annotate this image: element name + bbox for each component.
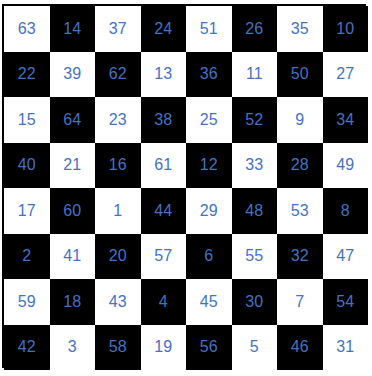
square-r2c7: 50 — [277, 52, 323, 98]
move-number: 13 — [154, 66, 172, 82]
move-number: 1 — [113, 203, 122, 219]
square-r8c4: 19 — [141, 325, 187, 371]
square-r1c3: 37 — [95, 6, 141, 52]
square-r3c1: 15 — [4, 97, 50, 143]
square-r2c1: 22 — [4, 52, 50, 98]
move-number: 45 — [200, 294, 218, 310]
move-number: 54 — [336, 294, 354, 310]
square-r3c3: 23 — [95, 97, 141, 143]
move-number: 2 — [22, 248, 31, 264]
square-r5c7: 53 — [277, 188, 323, 234]
move-number: 59 — [18, 294, 36, 310]
square-r2c5: 36 — [186, 52, 232, 98]
move-number: 24 — [154, 21, 172, 37]
square-r6c4: 57 — [141, 234, 187, 280]
move-number: 23 — [109, 112, 127, 128]
move-number: 7 — [295, 294, 304, 310]
move-number: 35 — [291, 21, 309, 37]
square-r8c1: 42 — [4, 325, 50, 371]
move-number: 39 — [63, 66, 81, 82]
move-number: 11 — [246, 66, 263, 82]
square-r6c6: 55 — [232, 234, 278, 280]
move-number: 30 — [245, 294, 263, 310]
square-r3c6: 52 — [232, 97, 278, 143]
square-r6c7: 32 — [277, 234, 323, 280]
move-number: 4 — [159, 294, 168, 310]
move-number: 56 — [200, 339, 218, 355]
square-r8c7: 46 — [277, 325, 323, 371]
square-r6c1: 2 — [4, 234, 50, 280]
move-number: 32 — [291, 248, 309, 264]
move-number: 22 — [18, 66, 36, 82]
square-r7c3: 43 — [95, 279, 141, 325]
move-number: 46 — [291, 339, 309, 355]
move-number: 52 — [245, 112, 263, 128]
square-r1c2: 14 — [50, 6, 96, 52]
move-number: 16 — [109, 157, 127, 173]
square-r3c4: 38 — [141, 97, 187, 143]
square-r8c2: 3 — [50, 325, 96, 371]
square-r5c4: 44 — [141, 188, 187, 234]
move-number: 10 — [336, 21, 354, 37]
move-number: 40 — [18, 157, 36, 173]
square-r7c6: 30 — [232, 279, 278, 325]
move-number: 43 — [109, 294, 127, 310]
move-number: 25 — [200, 112, 218, 128]
square-r4c6: 33 — [232, 143, 278, 189]
move-number: 3 — [68, 339, 77, 355]
square-r7c7: 7 — [277, 279, 323, 325]
square-r2c3: 62 — [95, 52, 141, 98]
square-r4c8: 49 — [323, 143, 369, 189]
square-r3c2: 64 — [50, 97, 96, 143]
square-r6c3: 20 — [95, 234, 141, 280]
square-r4c1: 40 — [4, 143, 50, 189]
square-r1c8: 10 — [323, 6, 369, 52]
move-number: 61 — [154, 157, 172, 173]
move-number: 53 — [291, 203, 309, 219]
move-number: 31 — [336, 339, 354, 355]
move-number: 42 — [18, 339, 36, 355]
move-number: 34 — [336, 112, 354, 128]
move-number: 57 — [154, 248, 172, 264]
square-r2c4: 13 — [141, 52, 187, 98]
square-r3c7: 9 — [277, 97, 323, 143]
square-r2c2: 39 — [50, 52, 96, 98]
square-r8c8: 31 — [323, 325, 369, 371]
move-number: 19 — [154, 339, 172, 355]
square-r5c1: 17 — [4, 188, 50, 234]
square-r7c4: 4 — [141, 279, 187, 325]
square-r6c8: 47 — [323, 234, 369, 280]
square-r4c3: 16 — [95, 143, 141, 189]
move-number: 44 — [154, 203, 172, 219]
move-number: 33 — [245, 157, 263, 173]
knights-tour-board: 6314372451263510223962133611502715642338… — [2, 4, 366, 368]
move-number: 60 — [63, 203, 81, 219]
move-number: 28 — [291, 157, 309, 173]
square-r1c7: 35 — [277, 6, 323, 52]
square-r7c8: 54 — [323, 279, 369, 325]
board-margin: 6314372451263510223962133611502715642338… — [0, 0, 372, 368]
square-r7c1: 59 — [4, 279, 50, 325]
move-number: 26 — [245, 21, 263, 37]
square-r6c2: 41 — [50, 234, 96, 280]
move-number: 27 — [336, 66, 354, 82]
square-r2c8: 27 — [323, 52, 369, 98]
move-number: 49 — [336, 157, 354, 173]
square-r1c4: 24 — [141, 6, 187, 52]
move-number: 38 — [154, 112, 172, 128]
square-r4c5: 12 — [186, 143, 232, 189]
square-r8c3: 58 — [95, 325, 141, 371]
move-number: 62 — [109, 66, 127, 82]
move-number: 8 — [341, 203, 350, 219]
square-r5c6: 48 — [232, 188, 278, 234]
move-number: 51 — [200, 21, 218, 37]
move-number: 17 — [18, 203, 36, 219]
square-r5c2: 60 — [50, 188, 96, 234]
move-number: 37 — [109, 21, 127, 37]
move-number: 55 — [245, 248, 263, 264]
square-r1c6: 26 — [232, 6, 278, 52]
square-r4c2: 21 — [50, 143, 96, 189]
move-number: 64 — [63, 112, 81, 128]
move-number: 47 — [336, 248, 354, 264]
move-number: 29 — [200, 203, 218, 219]
move-number: 41 — [63, 248, 81, 264]
square-r3c5: 25 — [186, 97, 232, 143]
move-number: 63 — [18, 21, 36, 37]
move-number: 14 — [63, 21, 81, 37]
square-r5c5: 29 — [186, 188, 232, 234]
square-r8c6: 5 — [232, 325, 278, 371]
square-r5c3: 1 — [95, 188, 141, 234]
move-number: 12 — [200, 157, 218, 173]
move-number: 50 — [291, 66, 309, 82]
square-r1c1: 63 — [4, 6, 50, 52]
square-r8c5: 56 — [186, 325, 232, 371]
move-number: 58 — [109, 339, 127, 355]
square-r3c8: 34 — [323, 97, 369, 143]
square-r1c5: 51 — [186, 6, 232, 52]
square-r5c8: 8 — [323, 188, 369, 234]
move-number: 36 — [200, 66, 218, 82]
move-number: 18 — [63, 294, 81, 310]
square-r7c2: 18 — [50, 279, 96, 325]
move-number: 48 — [245, 203, 263, 219]
move-number: 15 — [18, 112, 36, 128]
square-r4c7: 28 — [277, 143, 323, 189]
square-r2c6: 11 — [232, 52, 278, 98]
move-number: 20 — [109, 248, 127, 264]
square-r6c5: 6 — [186, 234, 232, 280]
square-r7c5: 45 — [186, 279, 232, 325]
move-number: 21 — [63, 157, 81, 173]
square-r4c4: 61 — [141, 143, 187, 189]
move-number: 5 — [250, 339, 259, 355]
move-number: 6 — [204, 248, 213, 264]
move-number: 9 — [295, 112, 304, 128]
